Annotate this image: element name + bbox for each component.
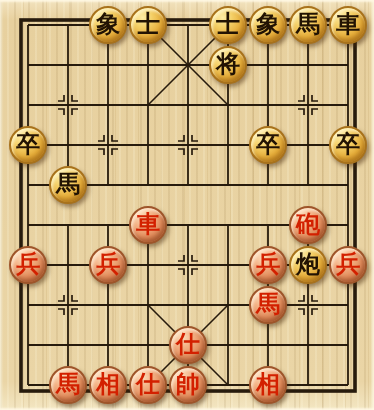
- piece-glyph: 卒: [256, 132, 280, 156]
- piece-black-elephant[interactable]: 象: [249, 6, 287, 44]
- piece-glyph: 将: [216, 52, 240, 76]
- piece-glyph: 兵: [336, 252, 360, 276]
- piece-black-general[interactable]: 将: [209, 46, 247, 84]
- piece-black-elephant[interactable]: 象: [89, 6, 127, 44]
- piece-glyph: 炮: [296, 252, 320, 276]
- piece-black-cannon[interactable]: 炮: [289, 246, 327, 284]
- piece-red-elephant[interactable]: 相: [89, 366, 127, 404]
- piece-glyph: 馬: [56, 372, 80, 396]
- piece-red-soldier[interactable]: 兵: [329, 246, 367, 284]
- piece-glyph: 兵: [96, 252, 120, 276]
- piece-red-horse[interactable]: 馬: [249, 286, 287, 324]
- piece-glyph: 兵: [16, 252, 40, 276]
- piece-glyph: 卒: [16, 132, 40, 156]
- xiangqi-board: 象士士象馬車将卒卒卒馬車砲兵兵兵炮兵馬仕馬相仕帥相: [0, 0, 374, 410]
- piece-black-horse[interactable]: 馬: [49, 166, 87, 204]
- piece-black-horse[interactable]: 馬: [289, 6, 327, 44]
- piece-black-advisor[interactable]: 士: [129, 6, 167, 44]
- piece-glyph: 士: [216, 12, 240, 36]
- piece-black-soldier[interactable]: 卒: [249, 126, 287, 164]
- piece-glyph: 仕: [136, 372, 160, 396]
- piece-red-soldier[interactable]: 兵: [9, 246, 47, 284]
- piece-red-soldier[interactable]: 兵: [89, 246, 127, 284]
- piece-glyph: 車: [336, 12, 360, 36]
- piece-glyph: 馬: [256, 292, 280, 316]
- piece-glyph: 卒: [336, 132, 360, 156]
- piece-red-horse[interactable]: 馬: [49, 366, 87, 404]
- piece-black-soldier[interactable]: 卒: [9, 126, 47, 164]
- piece-glyph: 相: [256, 372, 280, 396]
- piece-glyph: 兵: [256, 252, 280, 276]
- piece-glyph: 士: [136, 12, 160, 36]
- piece-glyph: 仕: [176, 332, 200, 356]
- piece-glyph: 馬: [296, 12, 320, 36]
- pieces-layer: 象士士象馬車将卒卒卒馬車砲兵兵兵炮兵馬仕馬相仕帥相: [8, 5, 368, 405]
- piece-red-soldier[interactable]: 兵: [249, 246, 287, 284]
- piece-glyph: 象: [96, 12, 120, 36]
- piece-glyph: 車: [136, 212, 160, 236]
- piece-black-chariot[interactable]: 車: [329, 6, 367, 44]
- piece-glyph: 帥: [176, 372, 200, 396]
- piece-red-cannon[interactable]: 砲: [289, 206, 327, 244]
- piece-red-elephant[interactable]: 相: [249, 366, 287, 404]
- piece-red-general[interactable]: 帥: [169, 366, 207, 404]
- piece-red-advisor[interactable]: 仕: [129, 366, 167, 404]
- piece-red-chariot[interactable]: 車: [129, 206, 167, 244]
- piece-glyph: 砲: [296, 212, 320, 236]
- piece-black-advisor[interactable]: 士: [209, 6, 247, 44]
- piece-red-advisor[interactable]: 仕: [169, 326, 207, 364]
- piece-black-soldier[interactable]: 卒: [329, 126, 367, 164]
- piece-glyph: 象: [256, 12, 280, 36]
- piece-glyph: 相: [96, 372, 120, 396]
- piece-glyph: 馬: [56, 172, 80, 196]
